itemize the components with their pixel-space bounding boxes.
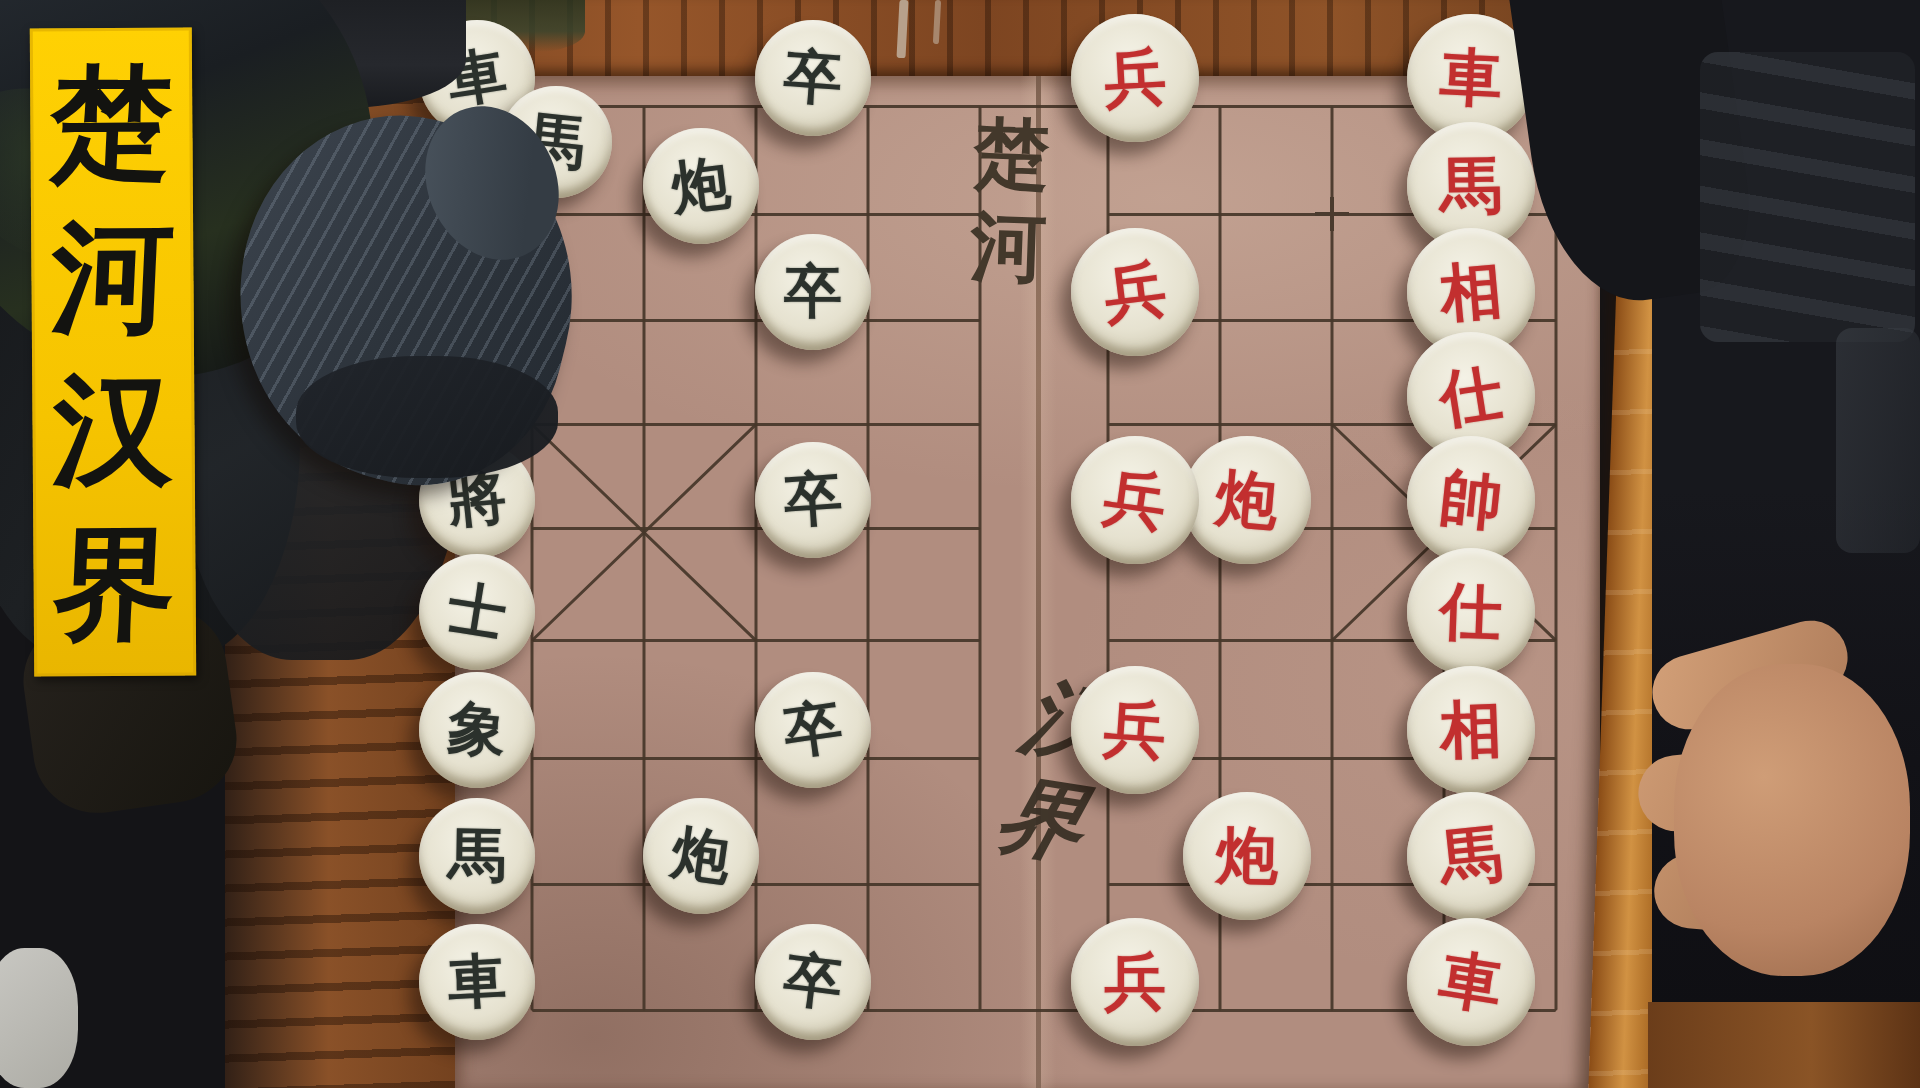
piece-red-soldier[interactable]: 兵 bbox=[1071, 918, 1199, 1046]
piece-black-soldier[interactable]: 卒 bbox=[755, 672, 871, 788]
banner-char: 河 bbox=[48, 199, 177, 354]
piece-red-advisor[interactable]: 仕 bbox=[1407, 548, 1535, 676]
piece-glyph: 炮 bbox=[1212, 455, 1281, 544]
piece-glyph: 相 bbox=[1439, 687, 1504, 773]
piece-red-chariot[interactable]: 車 bbox=[1407, 918, 1535, 1046]
banner-char: 界 bbox=[50, 507, 179, 662]
piece-glyph: 帥 bbox=[1436, 455, 1506, 545]
piece-glyph: 兵 bbox=[1101, 686, 1169, 774]
background-chair-blur bbox=[1836, 328, 1920, 553]
piece-glyph: 卒 bbox=[779, 940, 846, 1024]
opponent-palm bbox=[1674, 664, 1910, 976]
banner-char: 楚 bbox=[47, 46, 176, 201]
piece-red-elephant[interactable]: 相 bbox=[1407, 666, 1535, 794]
piece-black-soldier[interactable]: 卒 bbox=[755, 20, 871, 136]
title-banner: 楚 河 汉 界 bbox=[30, 27, 197, 676]
piece-red-soldier[interactable]: 兵 bbox=[1071, 436, 1199, 564]
piece-red-horse[interactable]: 馬 bbox=[1407, 792, 1535, 920]
piece-black-cannon[interactable]: 炮 bbox=[643, 128, 759, 244]
piece-black-chariot[interactable]: 車 bbox=[419, 924, 535, 1040]
piece-black-cannon[interactable]: 炮 bbox=[643, 798, 759, 914]
piece-glyph: 兵 bbox=[1098, 454, 1171, 546]
piece-red-cannon[interactable]: 炮 bbox=[1183, 436, 1311, 564]
xiangqi-scene: 楚 河 汉 界 車馬將士象馬車炮炮卒卒卒卒卒車馬相仕帥仕相馬車炮炮兵兵兵兵兵 楚… bbox=[0, 0, 1920, 1088]
piece-glyph: 馬 bbox=[1439, 143, 1502, 228]
piece-glyph: 炮 bbox=[667, 144, 734, 228]
piece-red-soldier[interactable]: 兵 bbox=[1071, 666, 1199, 794]
opponent-hand bbox=[1656, 612, 1920, 1042]
piece-red-soldier[interactable]: 兵 bbox=[1071, 228, 1199, 356]
piece-black-advisor[interactable]: 士 bbox=[419, 554, 535, 670]
piece-glyph: 兵 bbox=[1102, 34, 1168, 121]
piece-glyph: 馬 bbox=[447, 816, 506, 895]
piece-glyph: 象 bbox=[445, 689, 510, 772]
player-glove-fingers bbox=[296, 356, 558, 478]
piece-black-soldier[interactable]: 卒 bbox=[755, 924, 871, 1040]
piece-black-elephant[interactable]: 象 bbox=[419, 672, 535, 788]
piece-black-horse[interactable]: 馬 bbox=[419, 798, 535, 914]
piece-glyph: 車 bbox=[1434, 936, 1508, 1029]
piece-glyph: 卒 bbox=[784, 253, 842, 331]
piece-glyph: 士 bbox=[442, 569, 511, 655]
piece-glyph: 卒 bbox=[779, 687, 847, 772]
piece-glyph: 車 bbox=[1438, 34, 1504, 121]
piece-glyph: 炮 bbox=[1215, 813, 1278, 898]
piece-glyph: 卒 bbox=[781, 459, 844, 541]
piece-red-general[interactable]: 帥 bbox=[1407, 436, 1535, 564]
piece-glyph: 馬 bbox=[1436, 811, 1506, 901]
background-chair-blur bbox=[1700, 52, 1915, 342]
piece-red-cannon[interactable]: 炮 bbox=[1183, 792, 1311, 920]
piece-glyph: 仕 bbox=[1439, 569, 1504, 655]
piece-glyph: 炮 bbox=[667, 813, 735, 898]
piece-black-soldier[interactable]: 卒 bbox=[755, 234, 871, 350]
piece-glyph: 相 bbox=[1436, 247, 1505, 336]
piece-glyph: 兵 bbox=[1099, 247, 1171, 338]
piece-glyph: 仕 bbox=[1434, 350, 1508, 443]
piece-glyph: 車 bbox=[446, 942, 508, 1023]
table-wood-bottom-right bbox=[1648, 1002, 1920, 1088]
piece-glyph: 兵 bbox=[1104, 940, 1166, 1024]
piece-glyph: 卒 bbox=[781, 37, 844, 119]
banner-char: 汉 bbox=[49, 353, 178, 508]
piece-black-soldier[interactable]: 卒 bbox=[755, 442, 871, 558]
piece-red-soldier[interactable]: 兵 bbox=[1071, 14, 1199, 142]
